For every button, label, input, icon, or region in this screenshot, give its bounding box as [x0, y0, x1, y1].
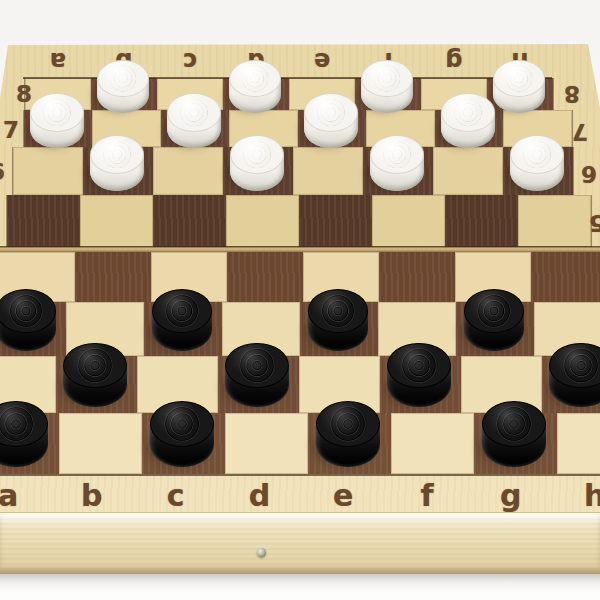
piece-black-h2[interactable]: [549, 343, 600, 407]
piece-top-face: [97, 60, 149, 97]
square-e6[interactable]: [293, 147, 363, 195]
piece-top-face: [308, 289, 369, 333]
piece-top-face: [152, 289, 213, 333]
file-label-bottom-h: h: [584, 481, 600, 511]
square-a5[interactable]: [7, 195, 80, 247]
piece-top-face: [464, 289, 525, 333]
piece-top-face: [361, 60, 413, 97]
rank-label-left-6: 6: [0, 161, 5, 184]
square-c6[interactable]: [153, 147, 223, 195]
square-f4[interactable]: [379, 252, 455, 302]
piece-top-face: [167, 93, 220, 132]
piece-black-e3[interactable]: [308, 289, 369, 351]
rank-label-right-8: 8: [564, 82, 580, 105]
piece-black-c1[interactable]: [150, 401, 215, 467]
rank-label-left-7: 7: [3, 119, 19, 142]
piece-white-a7[interactable]: [30, 93, 83, 148]
piece-white-f6[interactable]: [370, 135, 425, 191]
file-label-top-g: g: [445, 49, 462, 73]
square-d5[interactable]: [226, 195, 299, 247]
piece-top-face: [304, 93, 357, 132]
piece-top-face: [63, 343, 126, 389]
square-h4[interactable]: [531, 252, 600, 302]
file-label-bottom-g: g: [500, 481, 521, 511]
piece-black-d2[interactable]: [225, 343, 288, 407]
piece-top-face: [229, 60, 281, 97]
square-h1[interactable]: [557, 413, 600, 474]
piece-white-h8[interactable]: [493, 60, 545, 113]
square-h5[interactable]: [518, 195, 591, 247]
grid-border-bottom: [0, 474, 600, 476]
file-label-bottom-b: b: [81, 481, 102, 511]
piece-top-face: [0, 289, 56, 333]
checkers-board-photo: aabbccddeeffgghh8768765: [0, 0, 600, 600]
piece-white-b8[interactable]: [97, 60, 149, 113]
piece-top-face: [493, 60, 545, 97]
piece-white-d8[interactable]: [229, 60, 281, 113]
piece-top-face: [30, 93, 83, 132]
square-g6[interactable]: [433, 147, 503, 195]
piece-white-h6[interactable]: [510, 135, 565, 191]
piece-black-f2[interactable]: [387, 343, 450, 407]
square-c5[interactable]: [153, 195, 226, 247]
board-front-edge: [0, 512, 600, 571]
square-e5[interactable]: [299, 195, 372, 247]
piece-black-e1[interactable]: [316, 401, 381, 467]
clasp-screw: [257, 548, 266, 557]
piece-white-b6[interactable]: [90, 135, 145, 191]
piece-top-face: [225, 343, 288, 389]
file-label-top-c: c: [183, 49, 197, 73]
piece-white-g7[interactable]: [441, 93, 494, 148]
square-d1[interactable]: [225, 413, 308, 474]
piece-white-e7[interactable]: [304, 93, 357, 148]
piece-top-face: [441, 93, 494, 132]
square-g5[interactable]: [445, 195, 518, 247]
file-label-top-a: a: [50, 49, 66, 73]
board-fold-seam: [0, 246, 600, 252]
square-b4[interactable]: [75, 252, 151, 302]
piece-black-a1[interactable]: [0, 401, 48, 467]
rank-label-right-7: 7: [572, 120, 588, 143]
piece-black-g1[interactable]: [482, 401, 547, 467]
piece-black-b2[interactable]: [63, 343, 126, 407]
file-label-bottom-c: c: [167, 481, 185, 511]
square-d4[interactable]: [227, 252, 303, 302]
piece-black-c3[interactable]: [152, 289, 213, 351]
piece-black-a3[interactable]: [0, 289, 56, 351]
piece-white-f8[interactable]: [361, 60, 413, 113]
piece-white-d6[interactable]: [230, 135, 285, 191]
file-label-bottom-e: e: [333, 481, 353, 511]
square-f1[interactable]: [391, 413, 474, 474]
piece-top-face: [387, 343, 450, 389]
file-label-bottom-d: d: [249, 481, 270, 511]
rank-label-right-6: 6: [581, 162, 597, 185]
square-b5[interactable]: [80, 195, 153, 247]
square-f5[interactable]: [372, 195, 445, 247]
file-label-bottom-a: a: [0, 481, 18, 511]
board-row-5: [6, 195, 592, 247]
square-a6[interactable]: [13, 147, 83, 195]
square-b1[interactable]: [59, 413, 142, 474]
floor-shadow: [0, 574, 600, 592]
file-label-top-e: e: [314, 49, 330, 73]
rank-label-right-5: 5: [589, 211, 600, 234]
piece-white-c7[interactable]: [167, 93, 220, 148]
file-label-bottom-f: f: [420, 481, 433, 511]
piece-black-g3[interactable]: [464, 289, 525, 351]
